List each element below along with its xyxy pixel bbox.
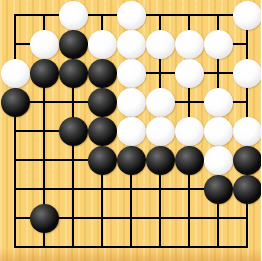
stone-glyph: ● (123, 88, 139, 117)
stone-glyph: ● (36, 204, 52, 233)
stone-glyph: ● (239, 146, 255, 175)
stone-glyph: ● (123, 1, 139, 30)
board-intersection[interactable] (30, 1, 59, 30)
board-intersection[interactable]: ● (88, 59, 117, 88)
stone-glyph: ● (210, 30, 226, 59)
board-intersection[interactable]: ● (117, 1, 146, 30)
white-stone: ● (175, 59, 204, 88)
board-intersection[interactable]: ● (88, 30, 117, 59)
board-intersection[interactable] (30, 146, 59, 175)
stone-glyph: ● (7, 88, 23, 117)
black-stone: ● (233, 175, 262, 204)
board-intersection[interactable] (30, 175, 59, 204)
board-intersection[interactable]: ● (117, 117, 146, 146)
board-intersection[interactable] (146, 175, 175, 204)
board-intersection[interactable]: ● (59, 1, 88, 30)
board-intersection[interactable] (175, 1, 204, 30)
black-stone: ● (59, 59, 88, 88)
stone-glyph: ● (65, 59, 81, 88)
board-intersection[interactable] (59, 88, 88, 117)
stone-glyph: ● (152, 30, 168, 59)
white-stone: ● (117, 30, 146, 59)
board-intersection[interactable] (146, 204, 175, 233)
board-intersection[interactable]: ● (1, 88, 30, 117)
stone-glyph: ● (181, 30, 197, 59)
board-intersection[interactable] (146, 233, 175, 261)
board-intersection[interactable] (59, 204, 88, 233)
board-intersection[interactable] (1, 175, 30, 204)
stone-glyph: ● (210, 175, 226, 204)
board-intersection[interactable]: ● (117, 146, 146, 175)
board-intersection[interactable] (30, 117, 59, 146)
board-intersection[interactable]: ● (204, 88, 233, 117)
white-stone: ● (117, 117, 146, 146)
white-stone: ● (117, 88, 146, 117)
board-intersection[interactable]: ● (233, 1, 262, 30)
board-intersection[interactable] (88, 204, 117, 233)
board-intersection[interactable]: ● (30, 30, 59, 59)
stone-glyph: ● (239, 117, 255, 146)
black-stone: ● (88, 146, 117, 175)
stone-glyph: ● (94, 88, 110, 117)
board-intersection[interactable] (233, 204, 262, 233)
board-intersection[interactable]: ● (59, 59, 88, 88)
board-intersection[interactable] (117, 175, 146, 204)
board-intersection[interactable]: ● (59, 117, 88, 146)
stone-glyph: ● (36, 59, 52, 88)
board-intersection[interactable] (1, 30, 30, 59)
board-intersection[interactable]: ● (204, 30, 233, 59)
board-intersection[interactable] (88, 233, 117, 261)
white-stone: ● (117, 1, 146, 30)
white-stone: ● (204, 117, 233, 146)
white-stone: ● (233, 59, 262, 88)
black-stone: ● (88, 117, 117, 146)
stone-glyph: ● (7, 59, 23, 88)
black-stone: ● (88, 59, 117, 88)
board-intersection[interactable]: ● (117, 59, 146, 88)
board-intersection[interactable]: ● (88, 117, 117, 146)
board-intersection[interactable] (1, 204, 30, 233)
board-intersection[interactable]: ● (30, 204, 59, 233)
board-intersection[interactable] (59, 233, 88, 261)
board-grid: ●●●●●●●●●●●●●●●●●●●●●●●●●●●●●●●●●●●●●● (1, 1, 262, 261)
board-intersection[interactable] (175, 175, 204, 204)
stone-glyph: ● (65, 1, 81, 30)
board-intersection[interactable] (88, 1, 117, 30)
black-stone: ● (30, 204, 59, 233)
board-intersection[interactable]: ● (117, 88, 146, 117)
board-intersection[interactable]: ● (30, 59, 59, 88)
board-intersection[interactable] (1, 146, 30, 175)
board-intersection[interactable]: ● (146, 146, 175, 175)
black-stone: ● (30, 59, 59, 88)
black-stone: ● (146, 146, 175, 175)
white-stone: ● (117, 59, 146, 88)
board-intersection[interactable] (204, 233, 233, 261)
board-intersection[interactable] (30, 88, 59, 117)
stone-glyph: ● (123, 146, 139, 175)
black-stone: ● (59, 117, 88, 146)
stone-glyph: ● (94, 30, 110, 59)
board-intersection[interactable] (59, 146, 88, 175)
board-intersection[interactable]: ● (146, 117, 175, 146)
white-stone: ● (146, 117, 175, 146)
board-intersection[interactable]: ● (233, 117, 262, 146)
black-stone: ● (175, 146, 204, 175)
white-stone: ● (233, 1, 262, 30)
board-intersection[interactable]: ● (233, 175, 262, 204)
board-intersection[interactable] (233, 88, 262, 117)
board-intersection[interactable] (146, 1, 175, 30)
black-stone: ● (59, 30, 88, 59)
white-stone: ● (204, 88, 233, 117)
board-intersection[interactable] (1, 233, 30, 261)
white-stone: ● (59, 1, 88, 30)
stone-glyph: ● (239, 175, 255, 204)
white-stone: ● (204, 146, 233, 175)
board-intersection[interactable] (175, 233, 204, 261)
stone-glyph: ● (94, 59, 110, 88)
stone-glyph: ● (210, 146, 226, 175)
go-board: ●●●●●●●●●●●●●●●●●●●●●●●●●●●●●●●●●●●●●● (0, 0, 261, 261)
stone-glyph: ● (152, 117, 168, 146)
stone-glyph: ● (152, 88, 168, 117)
board-intersection[interactable]: ● (204, 175, 233, 204)
white-stone: ● (204, 30, 233, 59)
board-intersection[interactable] (59, 175, 88, 204)
board-intersection[interactable] (204, 1, 233, 30)
board-intersection[interactable] (204, 204, 233, 233)
stone-glyph: ● (239, 1, 255, 30)
board-intersection[interactable] (175, 88, 204, 117)
white-stone: ● (88, 30, 117, 59)
board-intersection[interactable] (117, 204, 146, 233)
board-intersection[interactable] (175, 204, 204, 233)
board-intersection[interactable]: ● (117, 30, 146, 59)
board-intersection[interactable]: ● (233, 59, 262, 88)
stone-glyph: ● (181, 117, 197, 146)
black-stone: ● (204, 175, 233, 204)
board-intersection[interactable]: ● (175, 146, 204, 175)
white-stone: ● (30, 30, 59, 59)
stone-glyph: ● (65, 117, 81, 146)
white-stone: ● (146, 30, 175, 59)
stone-glyph: ● (94, 146, 110, 175)
board-intersection[interactable]: ● (175, 59, 204, 88)
stone-glyph: ● (210, 117, 226, 146)
stone-glyph: ● (239, 59, 255, 88)
board-intersection[interactable] (1, 1, 30, 30)
board-intersection[interactable] (146, 59, 175, 88)
black-stone: ● (88, 88, 117, 117)
stone-glyph: ● (123, 117, 139, 146)
black-stone: ● (233, 146, 262, 175)
stone-glyph: ● (94, 117, 110, 146)
white-stone: ● (1, 59, 30, 88)
board-intersection[interactable] (117, 233, 146, 261)
board-intersection[interactable] (1, 117, 30, 146)
black-stone: ● (117, 146, 146, 175)
white-stone: ● (175, 30, 204, 59)
board-intersection[interactable]: ● (175, 117, 204, 146)
board-intersection[interactable]: ● (146, 88, 175, 117)
board-intersection[interactable]: ● (204, 117, 233, 146)
black-stone: ● (1, 88, 30, 117)
stone-glyph: ● (36, 30, 52, 59)
board-intersection[interactable] (88, 175, 117, 204)
stone-glyph: ● (181, 146, 197, 175)
white-stone: ● (146, 88, 175, 117)
board-intersection[interactable]: ● (146, 30, 175, 59)
white-stone: ● (233, 117, 262, 146)
stone-glyph: ● (123, 59, 139, 88)
board-intersection[interactable]: ● (88, 88, 117, 117)
stone-glyph: ● (65, 30, 81, 59)
stone-glyph: ● (181, 59, 197, 88)
board-intersection[interactable]: ● (204, 146, 233, 175)
board-intersection[interactable]: ● (175, 30, 204, 59)
board-intersection[interactable] (233, 30, 262, 59)
board-intersection[interactable] (204, 59, 233, 88)
board-intersection[interactable]: ● (1, 59, 30, 88)
board-intersection[interactable]: ● (233, 146, 262, 175)
stone-glyph: ● (123, 30, 139, 59)
board-intersection[interactable]: ● (59, 30, 88, 59)
board-intersection[interactable]: ● (88, 146, 117, 175)
stone-glyph: ● (210, 88, 226, 117)
stone-glyph: ● (152, 146, 168, 175)
board-intersection[interactable] (233, 233, 262, 261)
board-intersection[interactable] (30, 233, 59, 261)
white-stone: ● (175, 117, 204, 146)
